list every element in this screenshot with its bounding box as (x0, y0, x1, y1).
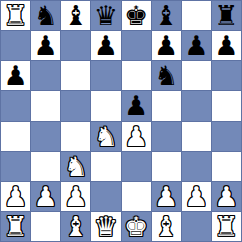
black-pawn[interactable]: ♟ (34, 32, 58, 59)
white-pawn[interactable]: ♟ (154, 183, 178, 210)
square-f3[interactable] (152, 152, 181, 181)
black-knight[interactable]: ♞ (34, 2, 58, 29)
white-knight[interactable]: ♞ (64, 153, 88, 180)
black-bishop[interactable]: ♝ (64, 2, 88, 29)
square-g3[interactable] (182, 152, 211, 181)
square-g7[interactable]: ♟ (182, 31, 211, 60)
square-b7[interactable]: ♟ (31, 31, 60, 60)
black-pawn[interactable]: ♟ (3, 62, 27, 89)
square-h6[interactable] (212, 61, 241, 90)
square-b2[interactable]: ♟ (31, 182, 60, 211)
white-pawn[interactable]: ♟ (184, 183, 208, 210)
square-e2[interactable] (122, 182, 151, 211)
black-pawn[interactable]: ♟ (154, 32, 178, 59)
black-pawn[interactable]: ♟ (94, 32, 118, 59)
chess-board: ♜♞♝♛♚♝♜♟♟♟♟♟♟♞♟♞♟♞♟♟♟♟♟♟♜♝♛♚♝♜ (0, 0, 242, 242)
black-pawn[interactable]: ♟ (124, 92, 148, 119)
white-pawn[interactable]: ♟ (3, 183, 27, 210)
square-e4[interactable]: ♟ (122, 122, 151, 151)
square-f7[interactable]: ♟ (152, 31, 181, 60)
square-d2[interactable] (91, 182, 120, 211)
black-bishop[interactable]: ♝ (154, 2, 178, 29)
square-g2[interactable]: ♟ (182, 182, 211, 211)
square-b5[interactable] (31, 91, 60, 120)
black-king[interactable]: ♚ (124, 2, 148, 29)
square-d3[interactable] (91, 152, 120, 181)
square-a6[interactable]: ♟ (1, 61, 30, 90)
square-e8[interactable]: ♚ (122, 1, 151, 30)
square-h3[interactable] (212, 152, 241, 181)
square-e1[interactable]: ♚ (122, 212, 151, 241)
square-f1[interactable]: ♝ (152, 212, 181, 241)
square-a3[interactable] (1, 152, 30, 181)
square-e6[interactable] (122, 61, 151, 90)
chess-board-container: ♜♞♝♛♚♝♜♟♟♟♟♟♟♞♟♞♟♞♟♟♟♟♟♟♜♝♛♚♝♜ (0, 0, 242, 242)
white-bishop[interactable]: ♝ (64, 213, 88, 240)
white-rook[interactable]: ♜ (214, 213, 238, 240)
square-d4[interactable]: ♞ (91, 122, 120, 151)
square-h4[interactable] (212, 122, 241, 151)
square-b1[interactable] (31, 212, 60, 241)
square-h5[interactable] (212, 91, 241, 120)
black-pawn[interactable]: ♟ (184, 32, 208, 59)
white-queen[interactable]: ♛ (94, 213, 118, 240)
square-a7[interactable] (1, 31, 30, 60)
square-h7[interactable]: ♟ (212, 31, 241, 60)
black-knight[interactable]: ♞ (154, 62, 178, 89)
square-e3[interactable] (122, 152, 151, 181)
square-b3[interactable] (31, 152, 60, 181)
square-g5[interactable] (182, 91, 211, 120)
square-c3[interactable]: ♞ (61, 152, 90, 181)
square-d7[interactable]: ♟ (91, 31, 120, 60)
white-bishop[interactable]: ♝ (154, 213, 178, 240)
square-a2[interactable]: ♟ (1, 182, 30, 211)
square-f6[interactable]: ♞ (152, 61, 181, 90)
square-c7[interactable] (61, 31, 90, 60)
square-g6[interactable] (182, 61, 211, 90)
square-c4[interactable] (61, 122, 90, 151)
square-c2[interactable]: ♟ (61, 182, 90, 211)
square-d5[interactable] (91, 91, 120, 120)
square-d1[interactable]: ♛ (91, 212, 120, 241)
square-d8[interactable]: ♛ (91, 1, 120, 30)
square-f5[interactable] (152, 91, 181, 120)
white-pawn[interactable]: ♟ (34, 183, 58, 210)
square-f8[interactable]: ♝ (152, 1, 181, 30)
square-c8[interactable]: ♝ (61, 1, 90, 30)
square-b6[interactable] (31, 61, 60, 90)
square-f2[interactable]: ♟ (152, 182, 181, 211)
square-d6[interactable] (91, 61, 120, 90)
black-queen[interactable]: ♛ (94, 2, 118, 29)
square-a8[interactable]: ♜ (1, 1, 30, 30)
square-c1[interactable]: ♝ (61, 212, 90, 241)
black-pawn[interactable]: ♟ (214, 32, 238, 59)
white-rook[interactable]: ♜ (3, 2, 27, 29)
white-pawn[interactable]: ♟ (124, 123, 148, 150)
square-g8[interactable] (182, 1, 211, 30)
white-knight[interactable]: ♞ (94, 123, 118, 150)
square-g1[interactable] (182, 212, 211, 241)
square-h1[interactable]: ♜ (212, 212, 241, 241)
white-pawn[interactable]: ♟ (64, 183, 88, 210)
white-king[interactable]: ♚ (124, 213, 148, 240)
white-rook[interactable]: ♜ (3, 213, 27, 240)
square-a1[interactable]: ♜ (1, 212, 30, 241)
white-pawn[interactable]: ♟ (214, 183, 238, 210)
black-rook[interactable]: ♜ (214, 2, 238, 29)
square-h8[interactable]: ♜ (212, 1, 241, 30)
square-c5[interactable] (61, 91, 90, 120)
square-a4[interactable] (1, 122, 30, 151)
square-f4[interactable] (152, 122, 181, 151)
square-g4[interactable] (182, 122, 211, 151)
square-c6[interactable] (61, 61, 90, 90)
square-b8[interactable]: ♞ (31, 1, 60, 30)
square-a5[interactable] (1, 91, 30, 120)
square-h2[interactable]: ♟ (212, 182, 241, 211)
square-e5[interactable]: ♟ (122, 91, 151, 120)
square-b4[interactable] (31, 122, 60, 151)
square-e7[interactable] (122, 31, 151, 60)
